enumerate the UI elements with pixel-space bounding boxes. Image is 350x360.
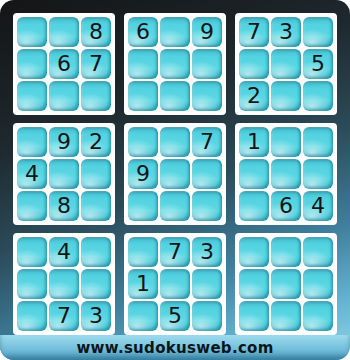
cell-r4c4[interactable] — [128, 127, 158, 157]
box-9 — [235, 233, 337, 335]
cell-r7c5[interactable]: 7 — [160, 237, 190, 267]
cell-r9c2[interactable]: 7 — [49, 301, 79, 331]
cell-r7c3[interactable] — [81, 237, 111, 267]
cell-r4c6[interactable]: 7 — [192, 127, 222, 157]
cell-r8c1[interactable] — [17, 269, 47, 299]
cell-r4c8[interactable] — [271, 127, 301, 157]
cell-r7c7[interactable] — [239, 237, 269, 267]
cell-r3c7[interactable]: 2 — [239, 81, 269, 111]
box-2: 69 — [124, 13, 226, 115]
cell-r2c4[interactable] — [128, 49, 158, 79]
cell-r8c9[interactable] — [303, 269, 333, 299]
cell-r3c3[interactable] — [81, 81, 111, 111]
cell-r9c6[interactable] — [192, 301, 222, 331]
cell-r7c4[interactable] — [128, 237, 158, 267]
cell-r4c5[interactable] — [160, 127, 190, 157]
cell-r3c6[interactable] — [192, 81, 222, 111]
cell-r3c8[interactable] — [271, 81, 301, 111]
cell-r3c9[interactable] — [303, 81, 333, 111]
cell-r5c4[interactable]: 9 — [128, 159, 158, 189]
cell-r9c9[interactable] — [303, 301, 333, 331]
cell-r6c7[interactable] — [239, 191, 269, 221]
cell-r2c6[interactable] — [192, 49, 222, 79]
cell-r7c1[interactable] — [17, 237, 47, 267]
cell-r8c5[interactable] — [160, 269, 190, 299]
cell-r9c8[interactable] — [271, 301, 301, 331]
cell-r6c5[interactable] — [160, 191, 190, 221]
cell-r1c4[interactable]: 6 — [128, 17, 158, 47]
cell-r3c5[interactable] — [160, 81, 190, 111]
box-4: 9248 — [13, 123, 115, 225]
cell-r2c2[interactable]: 6 — [49, 49, 79, 79]
cell-r5c5[interactable] — [160, 159, 190, 189]
cell-r5c8[interactable] — [271, 159, 301, 189]
cell-r6c4[interactable] — [128, 191, 158, 221]
cell-r2c9[interactable]: 5 — [303, 49, 333, 79]
cell-r9c3[interactable]: 3 — [81, 301, 111, 331]
cell-r2c3[interactable]: 7 — [81, 49, 111, 79]
cell-r9c4[interactable] — [128, 301, 158, 331]
cell-r7c6[interactable]: 3 — [192, 237, 222, 267]
cell-r3c1[interactable] — [17, 81, 47, 111]
cell-r8c3[interactable] — [81, 269, 111, 299]
cell-r1c6[interactable]: 9 — [192, 17, 222, 47]
cell-r4c2[interactable]: 9 — [49, 127, 79, 157]
box-1: 867 — [13, 13, 115, 115]
cell-r2c8[interactable] — [271, 49, 301, 79]
cell-r7c2[interactable]: 4 — [49, 237, 79, 267]
cell-r5c1[interactable]: 4 — [17, 159, 47, 189]
cell-r5c7[interactable] — [239, 159, 269, 189]
cell-r7c9[interactable] — [303, 237, 333, 267]
cell-r5c6[interactable] — [192, 159, 222, 189]
cell-r1c8[interactable]: 3 — [271, 17, 301, 47]
cell-r8c7[interactable] — [239, 269, 269, 299]
cell-r6c2[interactable]: 8 — [49, 191, 79, 221]
website-url[interactable]: www.sudokusweb.com — [76, 339, 273, 357]
footer-bar: www.sudokusweb.com — [0, 335, 350, 360]
cell-r6c1[interactable] — [17, 191, 47, 221]
cell-r3c4[interactable] — [128, 81, 158, 111]
cell-r2c1[interactable] — [17, 49, 47, 79]
cell-r4c1[interactable] — [17, 127, 47, 157]
cell-r9c7[interactable] — [239, 301, 269, 331]
cell-r8c6[interactable] — [192, 269, 222, 299]
cell-r9c1[interactable] — [17, 301, 47, 331]
cell-r8c2[interactable] — [49, 269, 79, 299]
cell-r6c8[interactable]: 6 — [271, 191, 301, 221]
box-3: 7352 — [235, 13, 337, 115]
cell-r5c9[interactable] — [303, 159, 333, 189]
box-7: 473 — [13, 233, 115, 335]
cell-r8c8[interactable] — [271, 269, 301, 299]
box-5: 79 — [124, 123, 226, 225]
cell-r8c4[interactable]: 1 — [128, 269, 158, 299]
cell-r1c2[interactable] — [49, 17, 79, 47]
sudoku-board: 8676973529248791644737315 www.sudokusweb… — [0, 0, 350, 360]
cell-r5c2[interactable] — [49, 159, 79, 189]
cell-r3c2[interactable] — [49, 81, 79, 111]
cell-r6c6[interactable] — [192, 191, 222, 221]
cell-r4c3[interactable]: 2 — [81, 127, 111, 157]
cell-r4c7[interactable]: 1 — [239, 127, 269, 157]
cell-r5c3[interactable] — [81, 159, 111, 189]
cell-r2c5[interactable] — [160, 49, 190, 79]
box-8: 7315 — [124, 233, 226, 335]
cell-r1c9[interactable] — [303, 17, 333, 47]
cell-r1c7[interactable]: 7 — [239, 17, 269, 47]
cell-r6c3[interactable] — [81, 191, 111, 221]
cell-r4c9[interactable] — [303, 127, 333, 157]
box-6: 164 — [235, 123, 337, 225]
cell-r2c7[interactable] — [239, 49, 269, 79]
cell-r1c5[interactable] — [160, 17, 190, 47]
cell-r1c1[interactable] — [17, 17, 47, 47]
cell-r9c5[interactable]: 5 — [160, 301, 190, 331]
cell-r7c8[interactable] — [271, 237, 301, 267]
cell-r6c9[interactable]: 4 — [303, 191, 333, 221]
cell-r1c3[interactable]: 8 — [81, 17, 111, 47]
sudoku-grid: 8676973529248791644737315 — [13, 13, 337, 335]
